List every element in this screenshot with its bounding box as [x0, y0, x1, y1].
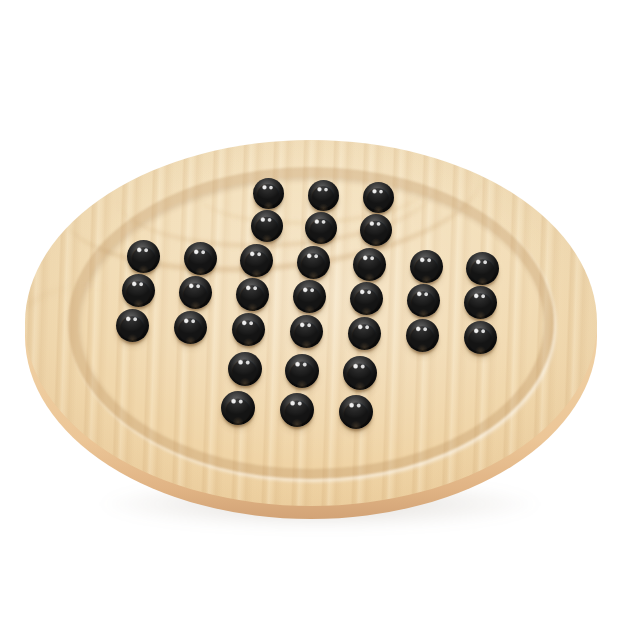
marble[interactable]: ●	[280, 393, 314, 427]
marble[interactable]: ●	[464, 286, 497, 319]
marble[interactable]: ●	[339, 395, 373, 429]
marble[interactable]: ●	[464, 321, 497, 354]
marble-glyph: ●	[352, 283, 379, 314]
marble[interactable]: ●	[122, 274, 155, 307]
marble[interactable]: ●	[350, 282, 383, 315]
marble-glyph: ●	[283, 394, 311, 426]
marble-glyph: ●	[409, 285, 436, 316]
marble[interactable]: ●	[179, 276, 212, 309]
marble[interactable]: ●	[466, 252, 499, 285]
marble-glyph: ●	[224, 392, 252, 424]
marble-glyph: ●	[408, 320, 435, 351]
marble-glyph: ●	[238, 279, 265, 310]
marble[interactable]: ●	[343, 356, 377, 390]
marble-glyph: ●	[469, 253, 496, 284]
marble-glyph: ●	[255, 179, 280, 208]
marble[interactable]: ●	[184, 242, 217, 275]
marble-glyph: ●	[176, 312, 203, 343]
marble[interactable]: ●	[363, 182, 394, 213]
marble[interactable]: ●	[297, 246, 330, 279]
marble[interactable]: ●	[285, 354, 319, 388]
marble-glyph: ●	[466, 287, 493, 318]
marble-glyph: ●	[181, 277, 208, 308]
marble-glyph: ●	[292, 316, 319, 347]
marbles-layer: ●●●●●●●●●●●●●●●●●●●●●●●●●●●●●●●●●	[0, 0, 640, 640]
marble-glyph: ●	[299, 247, 326, 278]
marble[interactable]: ●	[410, 250, 443, 283]
marble-glyph: ●	[412, 251, 439, 282]
marble-glyph: ●	[346, 357, 374, 389]
marble[interactable]: ●	[228, 352, 262, 386]
marble[interactable]: ●	[236, 278, 269, 311]
marble-glyph: ●	[253, 211, 279, 241]
marble[interactable]: ●	[406, 319, 439, 352]
marble[interactable]: ●	[293, 280, 326, 313]
marble-glyph: ●	[118, 310, 145, 341]
marble[interactable]: ●	[305, 212, 337, 244]
marble-glyph: ●	[295, 281, 322, 312]
marble[interactable]: ●	[253, 178, 284, 209]
marble-glyph: ●	[310, 181, 335, 210]
marble-glyph: ●	[124, 275, 151, 306]
marble-glyph: ●	[231, 353, 259, 385]
marble[interactable]: ●	[308, 180, 339, 211]
marble-glyph: ●	[365, 183, 390, 212]
product-photo-scene: ●●●●●●●●●●●●●●●●●●●●●●●●●●●●●●●●●	[0, 0, 640, 640]
marble[interactable]: ●	[251, 210, 283, 242]
marble-glyph: ●	[308, 213, 334, 243]
marble-glyph: ●	[356, 249, 383, 280]
marble-glyph: ●	[234, 314, 261, 345]
marble[interactable]: ●	[290, 315, 323, 348]
marble-glyph: ●	[466, 322, 493, 353]
marble[interactable]: ●	[407, 284, 440, 317]
marble-glyph: ●	[186, 243, 213, 274]
marble-glyph: ●	[243, 245, 270, 276]
marble[interactable]: ●	[360, 214, 392, 246]
marble-glyph: ●	[288, 355, 316, 387]
marble[interactable]: ●	[232, 313, 265, 346]
marble[interactable]: ●	[348, 317, 381, 350]
marble[interactable]: ●	[221, 391, 255, 425]
marble[interactable]: ●	[353, 248, 386, 281]
marble[interactable]: ●	[174, 311, 207, 344]
marble-glyph: ●	[350, 318, 377, 349]
marble[interactable]: ●	[127, 240, 160, 273]
marble[interactable]: ●	[240, 244, 273, 277]
marble-glyph: ●	[130, 241, 157, 272]
marble-glyph: ●	[342, 396, 370, 428]
marble-glyph: ●	[362, 215, 388, 245]
marble[interactable]: ●	[116, 309, 149, 342]
